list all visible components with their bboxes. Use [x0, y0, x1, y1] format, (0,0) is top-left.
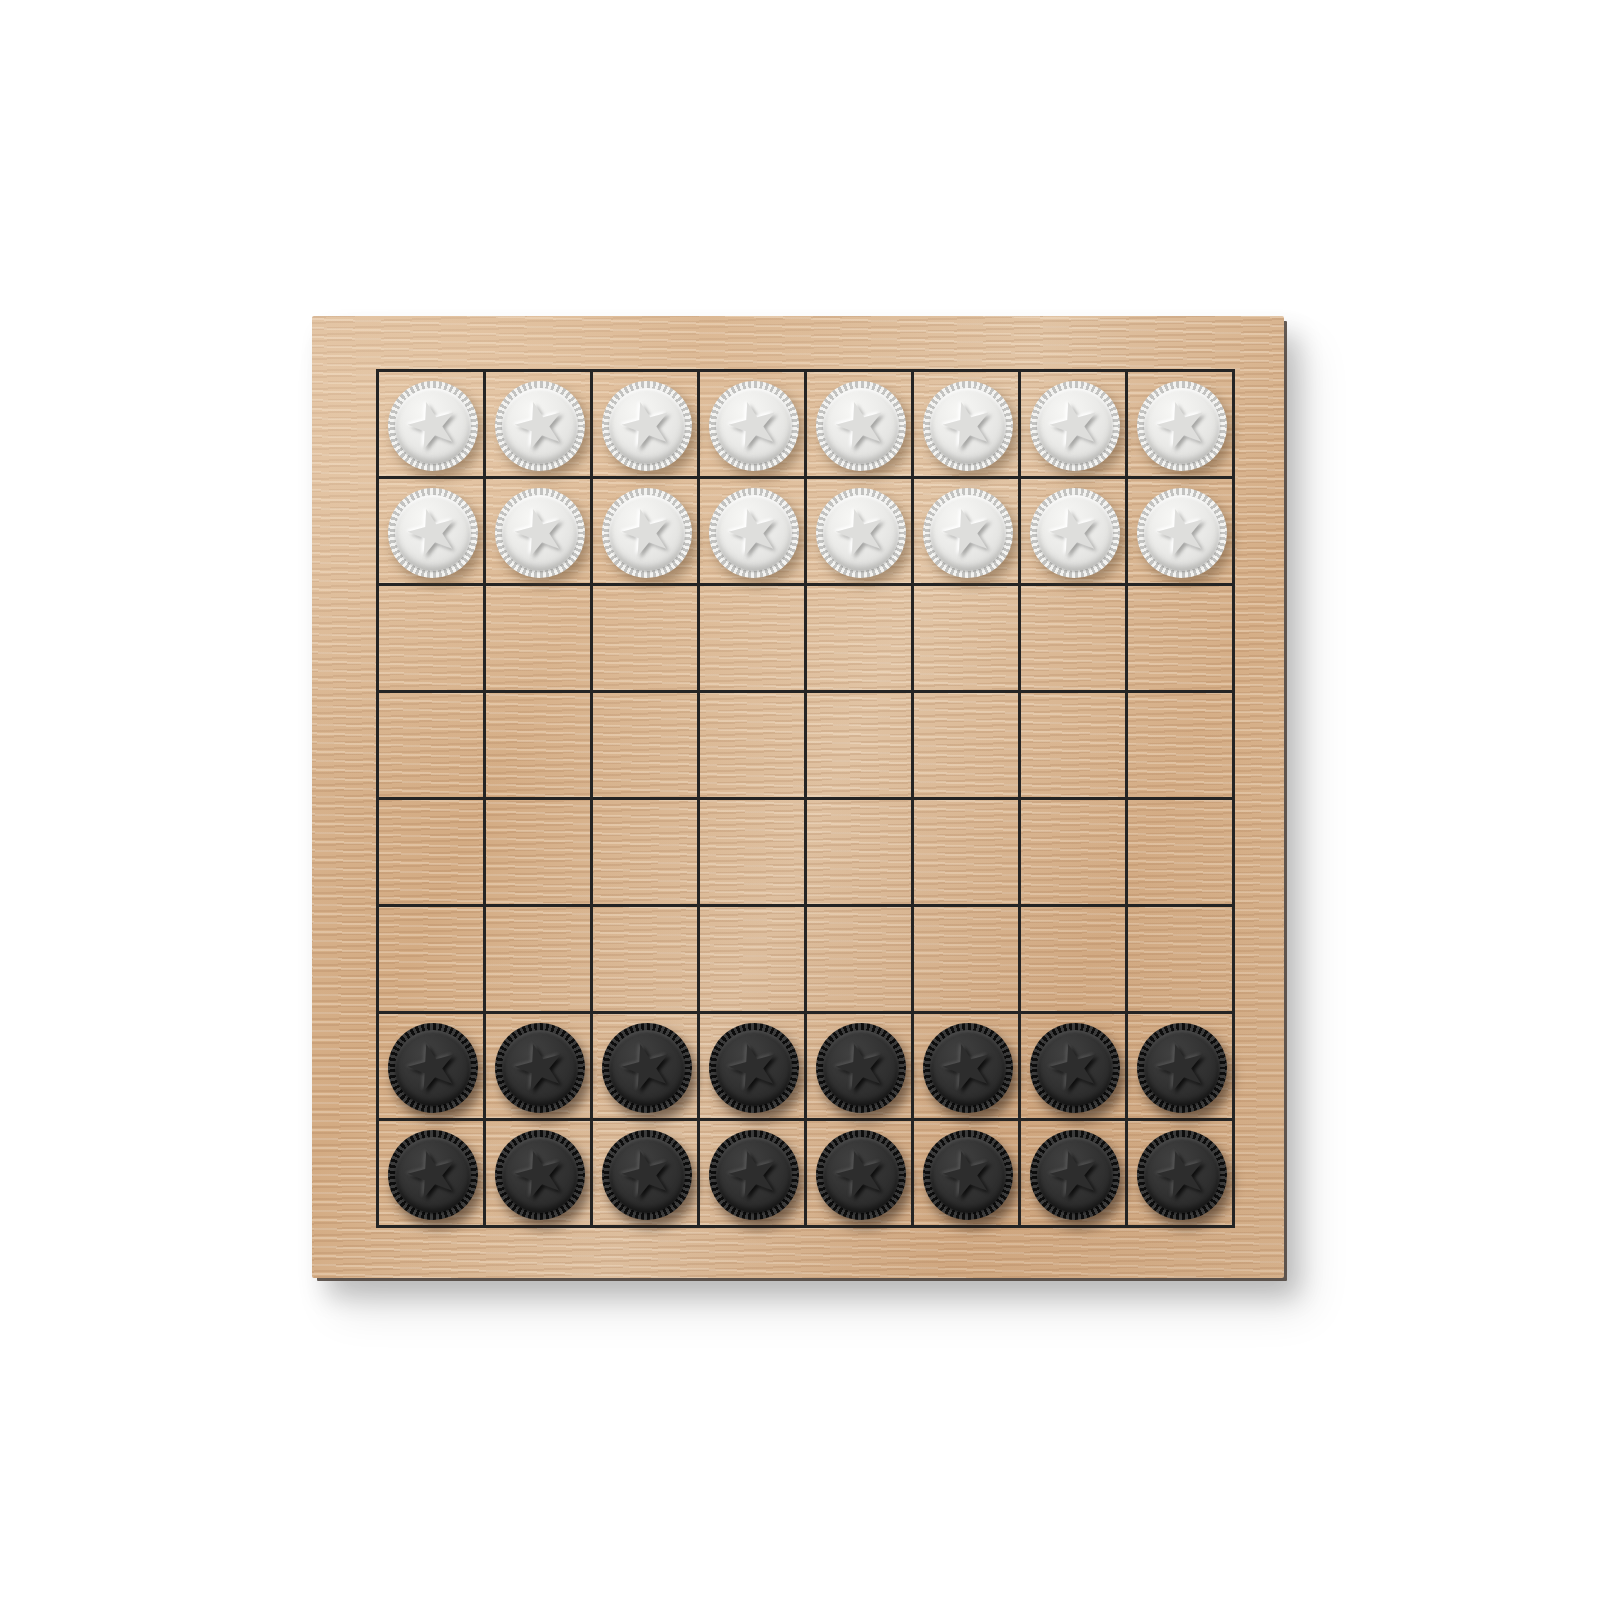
- star-icon: ★: [504, 1029, 574, 1103]
- piece-cap-face: ★: [716, 495, 792, 571]
- black-piece[interactable]: ★: [388, 1130, 478, 1220]
- cell-e4[interactable]: [807, 800, 914, 907]
- white-piece[interactable]: ★: [923, 488, 1013, 578]
- star-icon: ★: [504, 494, 574, 568]
- white-piece[interactable]: ★: [495, 488, 585, 578]
- black-piece[interactable]: ★: [1030, 1130, 1120, 1220]
- cell-c3[interactable]: [593, 907, 700, 1014]
- black-piece[interactable]: ★: [388, 1023, 478, 1113]
- cell-a1[interactable]: ★: [379, 1121, 486, 1228]
- cell-h4[interactable]: [1128, 800, 1235, 907]
- black-piece[interactable]: ★: [1030, 1023, 1120, 1113]
- star-icon: ★: [718, 494, 788, 568]
- piece-cap-face: ★: [716, 388, 792, 464]
- white-piece[interactable]: ★: [816, 381, 906, 471]
- cell-h5[interactable]: [1128, 693, 1235, 800]
- cell-g6[interactable]: [1021, 586, 1128, 693]
- cell-f2[interactable]: ★: [914, 1014, 1021, 1121]
- cell-c4[interactable]: [593, 800, 700, 907]
- white-piece[interactable]: ★: [388, 488, 478, 578]
- piece-cap-face: ★: [609, 495, 685, 571]
- star-icon: ★: [1039, 387, 1109, 461]
- star-icon: ★: [932, 494, 1002, 568]
- black-piece[interactable]: ★: [709, 1023, 799, 1113]
- star-icon: ★: [1146, 494, 1216, 568]
- game-board: ★★★★★★★★★★★★★★★★★★★★★★★★★★★★★★★★: [312, 316, 1284, 1278]
- cell-b8[interactable]: ★: [486, 372, 593, 479]
- star-icon: ★: [397, 1029, 467, 1103]
- piece-cap-face: ★: [395, 1030, 471, 1106]
- piece-cap-face: ★: [609, 1030, 685, 1106]
- piece-cap-face: ★: [1144, 495, 1220, 571]
- white-piece[interactable]: ★: [923, 381, 1013, 471]
- piece-cap-face: ★: [716, 1030, 792, 1106]
- piece-cap-face: ★: [395, 495, 471, 571]
- cell-d5[interactable]: [700, 693, 807, 800]
- cell-d1[interactable]: ★: [700, 1121, 807, 1228]
- piece-cap-face: ★: [930, 495, 1006, 571]
- cell-d7[interactable]: ★: [700, 479, 807, 586]
- cell-e7[interactable]: ★: [807, 479, 914, 586]
- star-icon: ★: [504, 1136, 574, 1210]
- cell-a6[interactable]: [379, 586, 486, 693]
- cell-e6[interactable]: [807, 586, 914, 693]
- cell-d6[interactable]: [700, 586, 807, 693]
- piece-cap-face: ★: [395, 388, 471, 464]
- cell-c2[interactable]: ★: [593, 1014, 700, 1121]
- cell-g1[interactable]: ★: [1021, 1121, 1128, 1228]
- cell-g2[interactable]: ★: [1021, 1014, 1128, 1121]
- cell-a8[interactable]: ★: [379, 372, 486, 479]
- cell-h1[interactable]: ★: [1128, 1121, 1235, 1228]
- piece-cap-face: ★: [1037, 495, 1113, 571]
- white-piece[interactable]: ★: [709, 381, 799, 471]
- cell-b4[interactable]: [486, 800, 593, 907]
- star-icon: ★: [397, 494, 467, 568]
- black-piece[interactable]: ★: [709, 1130, 799, 1220]
- star-icon: ★: [611, 387, 681, 461]
- cell-c1[interactable]: ★: [593, 1121, 700, 1228]
- cell-f8[interactable]: ★: [914, 372, 1021, 479]
- star-icon: ★: [932, 387, 1002, 461]
- cell-b3[interactable]: [486, 907, 593, 1014]
- cell-e1[interactable]: ★: [807, 1121, 914, 1228]
- black-piece[interactable]: ★: [495, 1130, 585, 1220]
- cell-a2[interactable]: ★: [379, 1014, 486, 1121]
- star-icon: ★: [504, 387, 574, 461]
- cell-h6[interactable]: [1128, 586, 1235, 693]
- star-icon: ★: [718, 387, 788, 461]
- piece-cap-face: ★: [1037, 1030, 1113, 1106]
- black-piece[interactable]: ★: [816, 1023, 906, 1113]
- star-icon: ★: [825, 1136, 895, 1210]
- star-icon: ★: [611, 1029, 681, 1103]
- cell-f5[interactable]: [914, 693, 1021, 800]
- piece-cap-face: ★: [823, 1137, 899, 1213]
- piece-cap-face: ★: [502, 1137, 578, 1213]
- white-piece[interactable]: ★: [495, 381, 585, 471]
- star-icon: ★: [611, 1136, 681, 1210]
- cell-c8[interactable]: ★: [593, 372, 700, 479]
- cell-f4[interactable]: [914, 800, 1021, 907]
- cell-g4[interactable]: [1021, 800, 1128, 907]
- cell-d2[interactable]: ★: [700, 1014, 807, 1121]
- star-icon: ★: [1039, 494, 1109, 568]
- cell-f3[interactable]: [914, 907, 1021, 1014]
- cell-c5[interactable]: [593, 693, 700, 800]
- star-icon: ★: [1146, 1029, 1216, 1103]
- piece-cap-face: ★: [716, 1137, 792, 1213]
- cell-e8[interactable]: ★: [807, 372, 914, 479]
- cell-e2[interactable]: ★: [807, 1014, 914, 1121]
- star-icon: ★: [718, 1029, 788, 1103]
- white-piece[interactable]: ★: [602, 488, 692, 578]
- piece-cap-face: ★: [930, 1137, 1006, 1213]
- star-icon: ★: [397, 387, 467, 461]
- piece-cap-face: ★: [502, 495, 578, 571]
- black-piece[interactable]: ★: [1137, 1130, 1227, 1220]
- cell-b1[interactable]: ★: [486, 1121, 593, 1228]
- cell-f7[interactable]: ★: [914, 479, 1021, 586]
- piece-cap-face: ★: [609, 1137, 685, 1213]
- piece-cap-face: ★: [1037, 388, 1113, 464]
- white-piece[interactable]: ★: [816, 488, 906, 578]
- star-icon: ★: [718, 1136, 788, 1210]
- piece-cap-face: ★: [609, 388, 685, 464]
- cell-h3[interactable]: [1128, 907, 1235, 1014]
- star-icon: ★: [1146, 1136, 1216, 1210]
- black-piece[interactable]: ★: [602, 1023, 692, 1113]
- cell-d4[interactable]: [700, 800, 807, 907]
- cell-h7[interactable]: ★: [1128, 479, 1235, 586]
- black-piece[interactable]: ★: [923, 1130, 1013, 1220]
- piece-cap-face: ★: [930, 1030, 1006, 1106]
- cell-f1[interactable]: ★: [914, 1121, 1021, 1228]
- white-piece[interactable]: ★: [1137, 381, 1227, 471]
- cell-g5[interactable]: [1021, 693, 1128, 800]
- star-icon: ★: [1039, 1029, 1109, 1103]
- star-icon: ★: [825, 1029, 895, 1103]
- cell-e5[interactable]: [807, 693, 914, 800]
- piece-cap-face: ★: [1144, 1030, 1220, 1106]
- star-icon: ★: [932, 1136, 1002, 1210]
- star-icon: ★: [1039, 1136, 1109, 1210]
- white-piece[interactable]: ★: [709, 488, 799, 578]
- star-icon: ★: [611, 494, 681, 568]
- piece-cap-face: ★: [395, 1137, 471, 1213]
- black-piece[interactable]: ★: [1137, 1023, 1227, 1113]
- white-piece[interactable]: ★: [388, 381, 478, 471]
- cell-b6[interactable]: [486, 586, 593, 693]
- white-piece[interactable]: ★: [1030, 488, 1120, 578]
- black-piece[interactable]: ★: [816, 1130, 906, 1220]
- cell-g7[interactable]: ★: [1021, 479, 1128, 586]
- cell-b7[interactable]: ★: [486, 479, 593, 586]
- cell-g3[interactable]: [1021, 907, 1128, 1014]
- cell-f6[interactable]: [914, 586, 1021, 693]
- white-piece[interactable]: ★: [1030, 381, 1120, 471]
- cell-d8[interactable]: ★: [700, 372, 807, 479]
- cell-b5[interactable]: [486, 693, 593, 800]
- black-piece[interactable]: ★: [495, 1023, 585, 1113]
- piece-cap-face: ★: [1037, 1137, 1113, 1213]
- piece-cap-face: ★: [823, 495, 899, 571]
- piece-cap-face: ★: [1144, 1137, 1220, 1213]
- piece-cap-face: ★: [502, 1030, 578, 1106]
- cell-h8[interactable]: ★: [1128, 372, 1235, 479]
- piece-cap-face: ★: [823, 1030, 899, 1106]
- star-icon: ★: [1146, 387, 1216, 461]
- piece-cap-face: ★: [823, 388, 899, 464]
- cell-a5[interactable]: [379, 693, 486, 800]
- cell-c7[interactable]: ★: [593, 479, 700, 586]
- star-icon: ★: [825, 494, 895, 568]
- piece-cap-face: ★: [502, 388, 578, 464]
- cell-b2[interactable]: ★: [486, 1014, 593, 1121]
- cell-e3[interactable]: [807, 907, 914, 1014]
- piece-cap-face: ★: [1144, 388, 1220, 464]
- board-cells: ★★★★★★★★★★★★★★★★★★★★★★★★★★★★★★★★: [379, 372, 1235, 1228]
- cell-d3[interactable]: [700, 907, 807, 1014]
- black-piece[interactable]: ★: [602, 1130, 692, 1220]
- cell-a4[interactable]: [379, 800, 486, 907]
- cell-c6[interactable]: [593, 586, 700, 693]
- piece-cap-face: ★: [930, 388, 1006, 464]
- cell-a3[interactable]: [379, 907, 486, 1014]
- star-icon: ★: [932, 1029, 1002, 1103]
- scene: ★★★★★★★★★★★★★★★★★★★★★★★★★★★★★★★★: [0, 0, 1600, 1600]
- white-piece[interactable]: ★: [602, 381, 692, 471]
- white-piece[interactable]: ★: [1137, 488, 1227, 578]
- star-icon: ★: [825, 387, 895, 461]
- black-piece[interactable]: ★: [923, 1023, 1013, 1113]
- cell-g8[interactable]: ★: [1021, 372, 1128, 479]
- star-icon: ★: [397, 1136, 467, 1210]
- cell-a7[interactable]: ★: [379, 479, 486, 586]
- cell-h2[interactable]: ★: [1128, 1014, 1235, 1121]
